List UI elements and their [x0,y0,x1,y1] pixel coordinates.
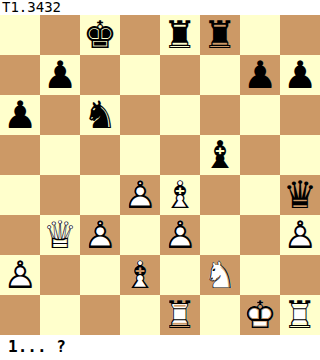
square-e8[interactable]: ♜ [160,15,200,55]
square-h2[interactable] [280,255,320,295]
square-c7[interactable] [80,55,120,95]
white-pawn-piece: ♟♙ [120,175,160,215]
square-h8[interactable] [280,15,320,55]
square-d1[interactable] [120,295,160,335]
white-rook-piece: ♜♖ [160,295,200,335]
square-b7[interactable]: ♟ [40,55,80,95]
square-a7[interactable] [0,55,40,95]
square-g4[interactable] [240,175,280,215]
black-king-piece: ♚ [80,15,120,55]
square-f2[interactable]: ♞♘ [200,255,240,295]
square-d5[interactable] [120,135,160,175]
white-bishop-piece: ♝♗ [120,255,160,295]
square-h1[interactable]: ♜♖ [280,295,320,335]
black-piece-glyph: ♜ [200,15,240,55]
square-e7[interactable] [160,55,200,95]
square-h4[interactable]: ♛ [280,175,320,215]
white-piece-outline: ♔ [240,295,280,335]
square-a3[interactable] [0,215,40,255]
square-g1[interactable]: ♚♔ [240,295,280,335]
square-b3[interactable]: ♛♕ [40,215,80,255]
square-d6[interactable] [120,95,160,135]
square-b2[interactable] [40,255,80,295]
black-piece-glyph: ♛ [280,175,320,215]
square-a2[interactable]: ♟♙ [0,255,40,295]
black-pawn-piece: ♟ [40,55,80,95]
square-g2[interactable] [240,255,280,295]
black-piece-glyph: ♝ [200,135,240,175]
square-b1[interactable] [40,295,80,335]
black-piece-glyph: ♟ [40,55,80,95]
white-rook-piece: ♜♖ [280,295,320,335]
chess-board: ♚♜♜♟♟♟♟♞♝♟♙♝♗♛♛♕♟♙♟♙♟♙♟♙♝♗♞♘♜♖♚♔♜♖ [0,15,320,335]
black-piece-glyph: ♟ [280,55,320,95]
square-g7[interactable]: ♟ [240,55,280,95]
square-d7[interactable] [120,55,160,95]
white-piece-outline: ♙ [120,175,160,215]
square-h5[interactable] [280,135,320,175]
square-f1[interactable] [200,295,240,335]
square-e1[interactable]: ♜♖ [160,295,200,335]
white-queen-piece: ♛♕ [40,215,80,255]
white-piece-outline: ♕ [40,215,80,255]
square-e3[interactable]: ♟♙ [160,215,200,255]
square-h7[interactable]: ♟ [280,55,320,95]
move-prompt: 1... ? [0,335,320,360]
square-c1[interactable] [80,295,120,335]
chess-app-window: T1.3432 ♚♜♜♟♟♟♟♞♝♟♙♝♗♛♛♕♟♙♟♙♟♙♟♙♝♗♞♘♜♖♚♔… [0,0,320,360]
white-piece-outline: ♙ [280,215,320,255]
square-c4[interactable] [80,175,120,215]
square-d4[interactable]: ♟♙ [120,175,160,215]
square-e4[interactable]: ♝♗ [160,175,200,215]
white-piece-outline: ♙ [160,215,200,255]
white-knight-piece: ♞♘ [200,255,240,295]
square-h3[interactable]: ♟♙ [280,215,320,255]
square-e6[interactable] [160,95,200,135]
square-f7[interactable] [200,55,240,95]
square-f8[interactable]: ♜ [200,15,240,55]
white-king-piece: ♚♔ [240,295,280,335]
puzzle-id: T1.3432 [0,0,320,15]
square-a6[interactable]: ♟ [0,95,40,135]
square-f3[interactable] [200,215,240,255]
square-g8[interactable] [240,15,280,55]
square-f4[interactable] [200,175,240,215]
square-a8[interactable] [0,15,40,55]
square-b8[interactable] [40,15,80,55]
square-b5[interactable] [40,135,80,175]
white-pawn-piece: ♟♙ [80,215,120,255]
square-g6[interactable] [240,95,280,135]
black-piece-glyph: ♜ [160,15,200,55]
square-b4[interactable] [40,175,80,215]
square-a5[interactable] [0,135,40,175]
square-c8[interactable]: ♚ [80,15,120,55]
square-f5[interactable]: ♝ [200,135,240,175]
square-f6[interactable] [200,95,240,135]
white-piece-outline: ♗ [120,255,160,295]
square-d2[interactable]: ♝♗ [120,255,160,295]
square-g3[interactable] [240,215,280,255]
square-g5[interactable] [240,135,280,175]
square-d8[interactable] [120,15,160,55]
white-pawn-piece: ♟♙ [160,215,200,255]
white-piece-outline: ♙ [0,255,40,295]
black-piece-glyph: ♟ [240,55,280,95]
square-c6[interactable]: ♞ [80,95,120,135]
black-knight-piece: ♞ [80,95,120,135]
black-piece-glyph: ♚ [80,15,120,55]
black-rook-piece: ♜ [200,15,240,55]
square-c2[interactable] [80,255,120,295]
white-bishop-piece: ♝♗ [160,175,200,215]
square-e2[interactable] [160,255,200,295]
square-a1[interactable] [0,295,40,335]
white-piece-outline: ♗ [160,175,200,215]
white-piece-outline: ♖ [160,295,200,335]
black-bishop-piece: ♝ [200,135,240,175]
black-pawn-piece: ♟ [280,55,320,95]
black-pawn-piece: ♟ [240,55,280,95]
black-queen-piece: ♛ [280,175,320,215]
white-piece-outline: ♙ [80,215,120,255]
black-rook-piece: ♜ [160,15,200,55]
white-piece-outline: ♖ [280,295,320,335]
black-piece-glyph: ♟ [0,95,40,135]
square-c3[interactable]: ♟♙ [80,215,120,255]
square-c5[interactable] [80,135,120,175]
white-pawn-piece: ♟♙ [280,215,320,255]
square-h6[interactable] [280,95,320,135]
white-piece-outline: ♘ [200,255,240,295]
black-piece-glyph: ♞ [80,95,120,135]
white-pawn-piece: ♟♙ [0,255,40,295]
square-d3[interactable] [120,215,160,255]
black-pawn-piece: ♟ [0,95,40,135]
square-e5[interactable] [160,135,200,175]
square-b6[interactable] [40,95,80,135]
square-a4[interactable] [0,175,40,215]
